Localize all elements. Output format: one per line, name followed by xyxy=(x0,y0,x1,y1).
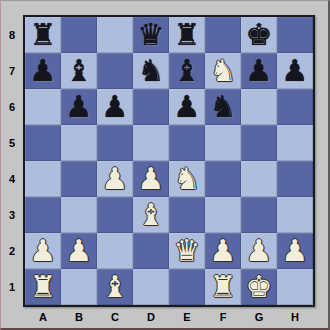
square-g3[interactable] xyxy=(241,197,277,233)
square-h1[interactable] xyxy=(277,269,313,305)
square-b4[interactable] xyxy=(61,161,97,197)
piece-white-king[interactable]: ♚ xyxy=(246,269,273,305)
square-d7[interactable]: ♞ xyxy=(133,53,169,89)
square-d2[interactable] xyxy=(133,233,169,269)
square-b8[interactable] xyxy=(61,17,97,53)
rank-label-8: 8 xyxy=(1,17,23,53)
square-d8[interactable]: ♛ xyxy=(133,17,169,53)
piece-white-rook[interactable]: ♜ xyxy=(210,269,237,305)
square-c5[interactable] xyxy=(97,125,133,161)
file-label-c: C xyxy=(97,307,133,327)
piece-black-pawn[interactable]: ♟ xyxy=(282,53,309,89)
square-h2[interactable]: ♟ xyxy=(277,233,313,269)
piece-black-pawn[interactable]: ♟ xyxy=(102,89,129,125)
square-f7[interactable]: ♞ xyxy=(205,53,241,89)
square-h8[interactable] xyxy=(277,17,313,53)
file-labels: ABCDEFGH xyxy=(25,307,313,327)
piece-white-bishop[interactable]: ♝ xyxy=(138,197,165,233)
board-border: ♜♛♜♚♟♝♞♝♞♟♟♟♟♟♞♟♟♞♝♟♟♛♟♟♟♜♝♜♚ xyxy=(23,15,315,307)
square-e6[interactable]: ♟ xyxy=(169,89,205,125)
piece-white-pawn[interactable]: ♟ xyxy=(282,233,309,269)
square-e7[interactable]: ♝ xyxy=(169,53,205,89)
square-c7[interactable] xyxy=(97,53,133,89)
piece-white-bishop[interactable]: ♝ xyxy=(102,269,129,305)
square-f8[interactable] xyxy=(205,17,241,53)
chess-board: ♜♛♜♚♟♝♞♝♞♟♟♟♟♟♞♟♟♞♝♟♟♛♟♟♟♜♝♜♚ xyxy=(25,17,313,305)
square-g2[interactable]: ♟ xyxy=(241,233,277,269)
square-f1[interactable]: ♜ xyxy=(205,269,241,305)
file-label-e: E xyxy=(169,307,205,327)
square-b5[interactable] xyxy=(61,125,97,161)
piece-black-bishop[interactable]: ♝ xyxy=(174,53,201,89)
file-label-h: H xyxy=(277,307,313,327)
piece-white-pawn[interactable]: ♟ xyxy=(210,233,237,269)
piece-white-pawn[interactable]: ♟ xyxy=(30,233,57,269)
rank-label-4: 4 xyxy=(1,161,23,197)
piece-black-pawn[interactable]: ♟ xyxy=(174,89,201,125)
rank-labels: 87654321 xyxy=(1,17,23,305)
square-d3[interactable]: ♝ xyxy=(133,197,169,233)
piece-white-pawn[interactable]: ♟ xyxy=(102,161,129,197)
chess-diagram-frame: 87654321 ABCDEFGH ♜♛♜♚♟♝♞♝♞♟♟♟♟♟♞♟♟♞♝♟♟♛… xyxy=(0,0,330,330)
rank-label-7: 7 xyxy=(1,53,23,89)
square-c6[interactable]: ♟ xyxy=(97,89,133,125)
square-e5[interactable] xyxy=(169,125,205,161)
piece-black-king[interactable]: ♚ xyxy=(246,17,273,53)
square-c1[interactable]: ♝ xyxy=(97,269,133,305)
square-e1[interactable] xyxy=(169,269,205,305)
square-f4[interactable] xyxy=(205,161,241,197)
square-g6[interactable] xyxy=(241,89,277,125)
square-g5[interactable] xyxy=(241,125,277,161)
square-d1[interactable] xyxy=(133,269,169,305)
rank-label-1: 1 xyxy=(1,269,23,305)
square-b6[interactable]: ♟ xyxy=(61,89,97,125)
square-h4[interactable] xyxy=(277,161,313,197)
piece-black-rook[interactable]: ♜ xyxy=(174,17,201,53)
square-g4[interactable] xyxy=(241,161,277,197)
file-label-b: B xyxy=(61,307,97,327)
square-a8[interactable]: ♜ xyxy=(25,17,61,53)
piece-black-pawn[interactable]: ♟ xyxy=(30,53,57,89)
square-g7[interactable]: ♟ xyxy=(241,53,277,89)
square-b3[interactable] xyxy=(61,197,97,233)
file-label-d: D xyxy=(133,307,169,327)
rank-label-2: 2 xyxy=(1,233,23,269)
file-label-a: A xyxy=(25,307,61,327)
square-b1[interactable] xyxy=(61,269,97,305)
square-h5[interactable] xyxy=(277,125,313,161)
square-e2[interactable]: ♛ xyxy=(169,233,205,269)
square-a4[interactable] xyxy=(25,161,61,197)
square-c3[interactable] xyxy=(97,197,133,233)
square-e3[interactable] xyxy=(169,197,205,233)
square-a2[interactable]: ♟ xyxy=(25,233,61,269)
square-c8[interactable] xyxy=(97,17,133,53)
square-d5[interactable] xyxy=(133,125,169,161)
square-e4[interactable]: ♞ xyxy=(169,161,205,197)
piece-black-pawn[interactable]: ♟ xyxy=(66,89,93,125)
piece-black-bishop[interactable]: ♝ xyxy=(66,53,93,89)
piece-black-knight[interactable]: ♞ xyxy=(210,89,237,125)
file-label-g: G xyxy=(241,307,277,327)
rank-label-3: 3 xyxy=(1,197,23,233)
piece-black-rook[interactable]: ♜ xyxy=(30,17,57,53)
square-c2[interactable] xyxy=(97,233,133,269)
piece-white-pawn[interactable]: ♟ xyxy=(246,233,273,269)
square-f5[interactable] xyxy=(205,125,241,161)
piece-black-queen[interactable]: ♛ xyxy=(138,17,165,53)
piece-black-knight[interactable]: ♞ xyxy=(138,53,165,89)
piece-white-pawn[interactable]: ♟ xyxy=(66,233,93,269)
square-a5[interactable] xyxy=(25,125,61,161)
piece-white-queen[interactable]: ♛ xyxy=(174,233,201,269)
file-label-f: F xyxy=(205,307,241,327)
piece-white-pawn[interactable]: ♟ xyxy=(138,161,165,197)
square-e8[interactable]: ♜ xyxy=(169,17,205,53)
square-f6[interactable]: ♞ xyxy=(205,89,241,125)
piece-white-knight[interactable]: ♞ xyxy=(174,161,201,197)
rank-label-5: 5 xyxy=(1,125,23,161)
square-b7[interactable]: ♝ xyxy=(61,53,97,89)
square-h7[interactable]: ♟ xyxy=(277,53,313,89)
piece-black-pawn[interactable]: ♟ xyxy=(246,53,273,89)
square-b2[interactable]: ♟ xyxy=(61,233,97,269)
piece-white-rook[interactable]: ♜ xyxy=(30,269,57,305)
square-f3[interactable] xyxy=(205,197,241,233)
square-h3[interactable] xyxy=(277,197,313,233)
square-g8[interactable]: ♚ xyxy=(241,17,277,53)
square-c4[interactable]: ♟ xyxy=(97,161,133,197)
square-a3[interactable] xyxy=(25,197,61,233)
square-a1[interactable]: ♜ xyxy=(25,269,61,305)
rank-label-6: 6 xyxy=(1,89,23,125)
square-f2[interactable]: ♟ xyxy=(205,233,241,269)
square-g1[interactable]: ♚ xyxy=(241,269,277,305)
square-a7[interactable]: ♟ xyxy=(25,53,61,89)
square-d4[interactable]: ♟ xyxy=(133,161,169,197)
square-h6[interactable] xyxy=(277,89,313,125)
piece-white-knight[interactable]: ♞ xyxy=(210,53,237,89)
square-a6[interactable] xyxy=(25,89,61,125)
square-d6[interactable] xyxy=(133,89,169,125)
